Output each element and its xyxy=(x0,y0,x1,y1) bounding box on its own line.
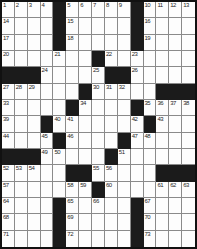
crossword-cell[interactable]: 42 xyxy=(131,116,144,132)
crossword-cell[interactable] xyxy=(79,231,92,247)
crossword-cell[interactable]: 61 xyxy=(156,182,169,198)
crossword-cell[interactable] xyxy=(156,35,169,51)
clue-number: 47 xyxy=(132,133,138,140)
clue-number: 63 xyxy=(183,182,189,189)
blocked-cell xyxy=(53,133,66,149)
crossword-cell[interactable]: 58 xyxy=(66,182,79,198)
crossword-cell[interactable] xyxy=(118,51,131,67)
crossword-cell[interactable] xyxy=(105,35,118,51)
clue-number: 70 xyxy=(145,214,151,221)
clue-number: 45 xyxy=(42,133,48,140)
crossword-cell[interactable] xyxy=(53,100,66,116)
crossword-cell[interactable]: 67 xyxy=(144,198,157,214)
clue-number: 15 xyxy=(67,18,73,25)
crossword-cell[interactable]: 10 xyxy=(144,2,157,18)
crossword-cell[interactable]: 24 xyxy=(41,67,54,83)
clue-number: 29 xyxy=(29,84,35,91)
crossword-cell[interactable]: 43 xyxy=(156,116,169,132)
clue-number: 14 xyxy=(3,18,9,25)
crossword-cell[interactable]: 69 xyxy=(66,214,79,230)
clue-number: 3 xyxy=(29,2,32,9)
crossword-cell[interactable]: 33 xyxy=(2,100,15,116)
crossword-cell[interactable] xyxy=(28,18,41,34)
crossword-cell[interactable] xyxy=(156,133,169,149)
crossword-cell[interactable] xyxy=(53,165,66,181)
crossword-cell[interactable] xyxy=(28,182,41,198)
clue-number: 4 xyxy=(42,2,45,9)
crossword-cell[interactable] xyxy=(41,100,54,116)
crossword-cell[interactable]: 49 xyxy=(41,149,54,165)
crossword-cell[interactable] xyxy=(182,198,195,214)
clue-number: 2 xyxy=(16,2,19,9)
clue-number: 39 xyxy=(3,116,9,123)
blocked-cell xyxy=(66,165,79,181)
crossword-cell[interactable]: 38 xyxy=(182,100,195,116)
crossword-cell[interactable]: 41 xyxy=(66,116,79,132)
crossword-cell[interactable] xyxy=(118,214,131,230)
clue-number: 43 xyxy=(157,116,163,123)
blocked-cell xyxy=(105,149,118,165)
clue-number: 13 xyxy=(183,2,189,9)
crossword-cell[interactable]: 16 xyxy=(144,18,157,34)
crossword-cell[interactable] xyxy=(144,182,157,198)
crossword-cell[interactable] xyxy=(169,35,182,51)
clue-number: 50 xyxy=(54,149,60,156)
crossword-cell[interactable] xyxy=(131,149,144,165)
crossword-cell[interactable] xyxy=(28,231,41,247)
crossword-cell[interactable]: 36 xyxy=(156,100,169,116)
crossword-cell[interactable]: 51 xyxy=(118,149,131,165)
blocked-cell xyxy=(66,100,79,116)
crossword-cell[interactable] xyxy=(182,116,195,132)
blocked-cell xyxy=(92,182,105,198)
clue-number: 59 xyxy=(80,182,86,189)
crossword-cell[interactable]: 13 xyxy=(182,2,195,18)
blocked-cell xyxy=(131,198,144,214)
crossword-cell[interactable]: 12 xyxy=(169,2,182,18)
crossword-cell[interactable] xyxy=(118,116,131,132)
crossword-cell[interactable]: 68 xyxy=(2,214,15,230)
crossword-cell[interactable]: 71 xyxy=(2,231,15,247)
crossword-cell[interactable] xyxy=(156,198,169,214)
crossword-cell[interactable] xyxy=(169,18,182,34)
clue-number: 34 xyxy=(80,100,86,107)
clue-number: 10 xyxy=(145,2,151,9)
crossword-cell[interactable] xyxy=(118,182,131,198)
clue-number: 56 xyxy=(106,165,112,172)
crossword-cell[interactable] xyxy=(79,133,92,149)
crossword-cell[interactable]: 66 xyxy=(92,198,105,214)
crossword-cell[interactable] xyxy=(182,51,195,67)
clue-number: 60 xyxy=(106,182,112,189)
crossword-cell[interactable]: 29 xyxy=(28,84,41,100)
crossword-cell[interactable] xyxy=(131,84,144,100)
crossword-cell[interactable]: 37 xyxy=(169,100,182,116)
crossword-cell[interactable]: 40 xyxy=(53,116,66,132)
blocked-cell xyxy=(53,231,66,247)
crossword-cell[interactable]: 62 xyxy=(169,182,182,198)
clue-number: 21 xyxy=(54,51,60,58)
crossword-cell[interactable] xyxy=(92,116,105,132)
crossword-cell[interactable] xyxy=(92,35,105,51)
blocked-cell xyxy=(92,51,105,67)
crossword-cell[interactable] xyxy=(28,214,41,230)
clue-number: 27 xyxy=(3,84,9,91)
crossword-cell[interactable] xyxy=(182,231,195,247)
crossword-cell[interactable] xyxy=(53,67,66,83)
crossword-cell[interactable] xyxy=(92,133,105,149)
crossword-cell[interactable] xyxy=(118,165,131,181)
clue-number: 30 xyxy=(93,84,99,91)
crossword-cell[interactable] xyxy=(144,67,157,83)
clue-number: 33 xyxy=(3,100,9,107)
crossword-cell[interactable] xyxy=(182,214,195,230)
crossword-cell[interactable] xyxy=(79,116,92,132)
clue-number: 54 xyxy=(29,165,35,172)
crossword-cell[interactable]: 35 xyxy=(144,100,157,116)
crossword-cell[interactable] xyxy=(15,133,28,149)
crossword-cell[interactable] xyxy=(53,182,66,198)
crossword-cell[interactable] xyxy=(41,84,54,100)
crossword-cell[interactable] xyxy=(92,231,105,247)
clue-number: 11 xyxy=(157,2,162,9)
blocked-cell xyxy=(105,67,118,83)
crossword-cell[interactable]: 60 xyxy=(105,182,118,198)
blocked-cell xyxy=(41,116,54,132)
clue-number: 52 xyxy=(3,165,9,172)
clue-number: 73 xyxy=(145,231,151,238)
crossword-cell[interactable] xyxy=(66,84,79,100)
crossword-cell[interactable]: 1 xyxy=(2,2,15,18)
crossword-cell[interactable] xyxy=(28,116,41,132)
crossword-cell[interactable] xyxy=(131,182,144,198)
blocked-cell xyxy=(156,165,169,181)
crossword-cell[interactable]: 32 xyxy=(118,84,131,100)
crossword-cell[interactable] xyxy=(41,165,54,181)
crossword-cell[interactable]: 44 xyxy=(2,133,15,149)
crossword-cell[interactable]: 47 xyxy=(131,133,144,149)
crossword-cell[interactable] xyxy=(79,214,92,230)
crossword-cell[interactable] xyxy=(169,116,182,132)
blocked-cell xyxy=(79,165,92,181)
crossword-cell[interactable]: 28 xyxy=(15,84,28,100)
clue-number: 67 xyxy=(145,198,151,205)
crossword-cell[interactable]: 7 xyxy=(92,2,105,18)
crossword-cell[interactable] xyxy=(41,51,54,67)
clue-number: 37 xyxy=(170,100,176,107)
crossword-cell[interactable] xyxy=(156,214,169,230)
blocked-cell xyxy=(2,67,15,83)
crossword-cell[interactable] xyxy=(15,35,28,51)
clue-number: 62 xyxy=(170,182,176,189)
crossword-cell[interactable]: 50 xyxy=(53,149,66,165)
clue-number: 40 xyxy=(54,116,60,123)
blocked-cell xyxy=(131,18,144,34)
crossword-cell[interactable]: 56 xyxy=(105,165,118,181)
crossword-cell[interactable] xyxy=(28,35,41,51)
clue-number: 51 xyxy=(119,149,125,156)
crossword-cell[interactable] xyxy=(118,100,131,116)
clue-number: 20 xyxy=(3,51,9,58)
clue-number: 8 xyxy=(106,2,109,9)
crossword-cell[interactable] xyxy=(182,35,195,51)
crossword-cell[interactable]: 34 xyxy=(79,100,92,116)
crossword-cell[interactable] xyxy=(105,198,118,214)
crossword-cell[interactable]: 15 xyxy=(66,18,79,34)
crossword-cell[interactable] xyxy=(169,231,182,247)
crossword-cell[interactable] xyxy=(79,51,92,67)
blocked-cell xyxy=(144,116,157,132)
clue-number: 48 xyxy=(145,133,151,140)
crossword-cell[interactable] xyxy=(66,51,79,67)
clue-number: 1 xyxy=(3,2,6,9)
clue-number: 22 xyxy=(106,51,112,58)
crossword-cell[interactable] xyxy=(118,231,131,247)
crossword-cell[interactable] xyxy=(28,51,41,67)
crossword-cell[interactable] xyxy=(169,133,182,149)
crossword-cell[interactable]: 30 xyxy=(92,84,105,100)
clue-number: 12 xyxy=(170,2,176,9)
blocked-cell xyxy=(28,67,41,83)
crossword-cell[interactable]: 59 xyxy=(79,182,92,198)
crossword-cell[interactable]: 53 xyxy=(15,165,28,181)
crossword-cell[interactable] xyxy=(182,18,195,34)
blocked-cell xyxy=(28,149,41,165)
blocked-cell xyxy=(169,84,182,100)
crossword-cell[interactable] xyxy=(144,149,157,165)
crossword-cell[interactable] xyxy=(92,18,105,34)
crossword-cell[interactable] xyxy=(41,198,54,214)
clue-number: 5 xyxy=(67,2,70,9)
clue-number: 53 xyxy=(16,165,22,172)
crossword-grid: 1234567891011121314151617181920212223242… xyxy=(0,0,197,249)
clue-number: 7 xyxy=(93,2,96,9)
crossword-cell[interactable]: 39 xyxy=(2,116,15,132)
clue-number: 49 xyxy=(42,149,48,156)
crossword-cell[interactable] xyxy=(118,35,131,51)
crossword-cell[interactable]: 22 xyxy=(105,51,118,67)
crossword-cell[interactable] xyxy=(15,198,28,214)
crossword-cell[interactable] xyxy=(28,100,41,116)
clue-number: 61 xyxy=(157,182,163,189)
crossword-cell[interactable]: 9 xyxy=(118,2,131,18)
crossword-cell[interactable]: 20 xyxy=(2,51,15,67)
crossword-cell[interactable]: 17 xyxy=(2,35,15,51)
clue-number: 38 xyxy=(183,100,189,107)
crossword-cell[interactable]: 26 xyxy=(131,67,144,83)
crossword-cell[interactable] xyxy=(79,198,92,214)
clue-number: 18 xyxy=(67,35,73,42)
crossword-cell[interactable]: 11 xyxy=(156,2,169,18)
clue-number: 24 xyxy=(42,67,48,74)
crossword-cell[interactable] xyxy=(15,18,28,34)
blocked-cell xyxy=(182,84,195,100)
clue-number: 36 xyxy=(157,100,163,107)
crossword-cell[interactable]: 27 xyxy=(2,84,15,100)
clue-number: 23 xyxy=(132,51,138,58)
crossword-cell[interactable] xyxy=(156,18,169,34)
blocked-cell xyxy=(169,165,182,181)
crossword-cell[interactable] xyxy=(15,214,28,230)
crossword-cell[interactable] xyxy=(41,231,54,247)
blocked-cell xyxy=(118,67,131,83)
blocked-cell xyxy=(53,2,66,18)
crossword-cell[interactable] xyxy=(105,214,118,230)
blocked-cell xyxy=(15,67,28,83)
crossword-cell[interactable] xyxy=(105,18,118,34)
crossword-cell[interactable] xyxy=(156,231,169,247)
crossword-cell[interactable] xyxy=(53,84,66,100)
blocked-cell xyxy=(131,35,144,51)
crossword-cell[interactable] xyxy=(66,67,79,83)
crossword-cell[interactable]: 63 xyxy=(182,182,195,198)
crossword-cell[interactable]: 52 xyxy=(2,165,15,181)
crossword-cell[interactable]: 48 xyxy=(144,133,157,149)
crossword-cell[interactable] xyxy=(105,116,118,132)
clue-number: 68 xyxy=(3,214,9,221)
crossword-cell[interactable] xyxy=(79,149,92,165)
crossword-cell[interactable] xyxy=(15,231,28,247)
crossword-cell[interactable] xyxy=(15,182,28,198)
crossword-cell[interactable]: 55 xyxy=(92,165,105,181)
clue-number: 58 xyxy=(67,182,73,189)
crossword-cell[interactable] xyxy=(156,149,169,165)
crossword-cell[interactable]: 72 xyxy=(66,231,79,247)
clue-number: 69 xyxy=(67,214,73,221)
clue-number: 46 xyxy=(67,133,73,140)
blocked-cell xyxy=(2,149,15,165)
crossword-cell[interactable] xyxy=(169,214,182,230)
clue-number: 31 xyxy=(106,84,112,91)
crossword-cell[interactable]: 25 xyxy=(92,67,105,83)
crossword-cell[interactable] xyxy=(131,165,144,181)
crossword-cell[interactable] xyxy=(118,198,131,214)
crossword-cell[interactable] xyxy=(41,35,54,51)
crossword-cell[interactable] xyxy=(182,149,195,165)
crossword-cell[interactable]: 65 xyxy=(66,198,79,214)
crossword-cell[interactable] xyxy=(144,84,157,100)
crossword-cell[interactable] xyxy=(41,182,54,198)
crossword-cell[interactable] xyxy=(118,18,131,34)
blocked-cell xyxy=(131,231,144,247)
crossword-cell[interactable] xyxy=(28,198,41,214)
clue-number: 72 xyxy=(67,231,73,238)
blocked-cell xyxy=(79,84,92,100)
crossword-cell[interactable]: 19 xyxy=(144,35,157,51)
blocked-cell xyxy=(15,149,28,165)
crossword-cell[interactable]: 70 xyxy=(144,214,157,230)
clue-number: 28 xyxy=(16,84,22,91)
clue-number: 57 xyxy=(3,182,9,189)
blocked-cell xyxy=(182,165,195,181)
clue-number: 65 xyxy=(67,198,73,205)
blocked-cell xyxy=(131,214,144,230)
crossword-cell[interactable] xyxy=(15,100,28,116)
blocked-cell xyxy=(118,133,131,149)
clue-number: 9 xyxy=(119,2,122,9)
clue-number: 41 xyxy=(67,116,73,123)
crossword-cell[interactable] xyxy=(156,67,169,83)
blocked-cell xyxy=(156,84,169,100)
crossword-cell[interactable]: 18 xyxy=(66,35,79,51)
crossword-cell[interactable] xyxy=(156,51,169,67)
crossword-cell[interactable]: 4 xyxy=(41,2,54,18)
crossword-cell[interactable]: 8 xyxy=(105,2,118,18)
crossword-cell[interactable] xyxy=(169,149,182,165)
clue-number: 64 xyxy=(3,198,9,205)
crossword-cell[interactable] xyxy=(169,198,182,214)
crossword-cell[interactable] xyxy=(79,18,92,34)
blocked-cell xyxy=(53,214,66,230)
clue-number: 55 xyxy=(93,165,99,172)
crossword-cell[interactable] xyxy=(79,35,92,51)
crossword-cell[interactable] xyxy=(66,149,79,165)
crossword-cell[interactable] xyxy=(15,116,28,132)
crossword-cell[interactable] xyxy=(41,18,54,34)
crossword-cell[interactable]: 14 xyxy=(2,18,15,34)
crossword-cell[interactable] xyxy=(169,67,182,83)
crossword-cell[interactable] xyxy=(79,67,92,83)
crossword-cell[interactable]: 5 xyxy=(66,2,79,18)
clue-number: 17 xyxy=(3,35,9,42)
clue-number: 19 xyxy=(145,35,151,42)
blocked-cell xyxy=(131,100,144,116)
crossword-cell[interactable] xyxy=(41,214,54,230)
crossword-cell[interactable]: 3 xyxy=(28,2,41,18)
crossword-cell[interactable] xyxy=(105,231,118,247)
crossword-cell[interactable] xyxy=(105,133,118,149)
blocked-cell xyxy=(53,35,66,51)
crossword-cell[interactable]: 64 xyxy=(2,198,15,214)
crossword-cell[interactable]: 2 xyxy=(15,2,28,18)
crossword-cell[interactable] xyxy=(144,165,157,181)
crossword-cell[interactable]: 31 xyxy=(105,84,118,100)
crossword-cell[interactable]: 46 xyxy=(66,133,79,149)
crossword-cell[interactable] xyxy=(92,149,105,165)
clue-number: 71 xyxy=(3,231,9,238)
crossword-cell[interactable]: 57 xyxy=(2,182,15,198)
blocked-cell xyxy=(131,2,144,18)
crossword-cell[interactable] xyxy=(182,67,195,83)
crossword-cell[interactable] xyxy=(169,51,182,67)
crossword-cell[interactable] xyxy=(92,214,105,230)
clue-number: 6 xyxy=(80,2,83,9)
clue-number: 16 xyxy=(145,18,151,25)
crossword-cell[interactable] xyxy=(92,100,105,116)
clue-number: 42 xyxy=(132,116,138,123)
crossword-cell[interactable] xyxy=(105,100,118,116)
blocked-cell xyxy=(53,18,66,34)
crossword-cell[interactable] xyxy=(144,51,157,67)
clue-number: 32 xyxy=(119,84,125,91)
crossword-cell[interactable]: 23 xyxy=(131,51,144,67)
crossword-cell[interactable]: 6 xyxy=(79,2,92,18)
crossword-cell[interactable]: 73 xyxy=(144,231,157,247)
clue-number: 26 xyxy=(132,67,138,74)
clue-number: 66 xyxy=(93,198,99,205)
crossword-cell[interactable] xyxy=(182,133,195,149)
clue-number: 35 xyxy=(145,100,151,107)
crossword-cell[interactable] xyxy=(28,133,41,149)
clue-number: 25 xyxy=(93,67,99,74)
crossword-cell[interactable]: 54 xyxy=(28,165,41,181)
crossword-cell[interactable]: 21 xyxy=(53,51,66,67)
crossword-cell[interactable] xyxy=(15,51,28,67)
blocked-cell xyxy=(53,198,66,214)
clue-number: 44 xyxy=(3,133,9,140)
crossword-cell[interactable]: 45 xyxy=(41,133,54,149)
